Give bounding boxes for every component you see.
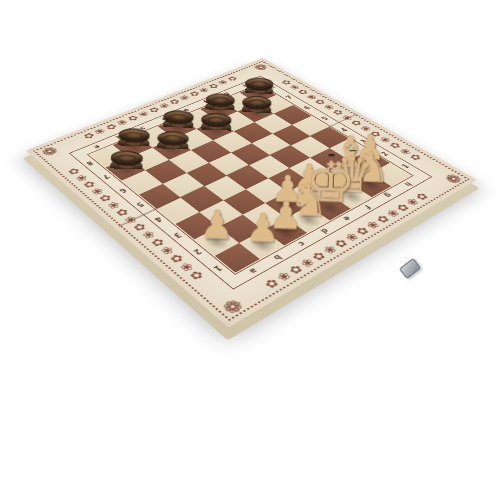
folding-board: ✿❀✿❀✿❀✿❀✿❀✿❀✿❀✿ ✿❀✿❀✿❀✿❀✿❀✿❀✿❀✿ ✿❀✿❀✿❀✿❀… xyxy=(26,58,477,328)
white-pawn-a2[interactable]: ♟ xyxy=(199,204,235,243)
dark-checker xyxy=(157,131,189,147)
dark-checker xyxy=(242,95,272,110)
board-top: ✿❀✿❀✿❀✿❀✿❀✿❀✿❀✿ ✿❀✿❀✿❀✿❀✿❀✿❀✿❀✿ ✿❀✿❀✿❀✿❀… xyxy=(26,58,477,328)
white-pawn-b1[interactable]: ♟ xyxy=(245,208,281,247)
dark-checker xyxy=(201,112,232,127)
dark-finial: ▲ xyxy=(328,147,336,157)
dark-checker xyxy=(110,150,143,166)
board-scene: ✿❀✿❀✿❀✿❀✿❀✿❀✿❀✿ ✿❀✿❀✿❀✿❀✿❀✿❀✿❀✿ ✿❀✿❀✿❀✿❀… xyxy=(84,0,415,330)
